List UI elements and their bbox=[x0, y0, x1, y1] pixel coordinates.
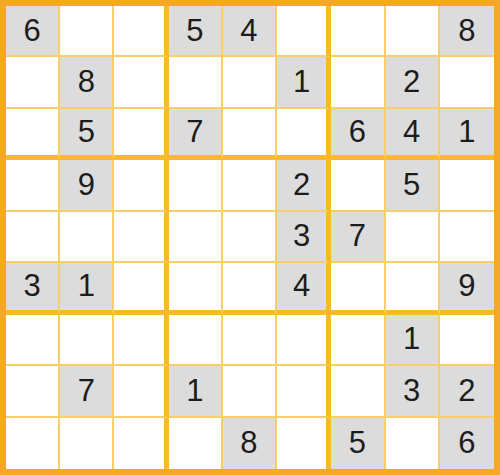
cell-r6c6[interactable]: 4 bbox=[277, 263, 331, 314]
cell-r1c4[interactable]: 5 bbox=[169, 6, 223, 57]
cell-r3c3[interactable] bbox=[114, 109, 168, 160]
cell-r8c4[interactable]: 1 bbox=[169, 366, 223, 417]
cell-r9c9[interactable]: 6 bbox=[440, 418, 494, 469]
cell-r7c1[interactable] bbox=[6, 315, 60, 366]
cell-r9c8[interactable] bbox=[386, 418, 440, 469]
cell-r2c4[interactable] bbox=[169, 57, 223, 108]
cell-r6c5[interactable] bbox=[223, 263, 277, 314]
cell-r5c9[interactable] bbox=[440, 212, 494, 263]
cell-r2c6[interactable]: 1 bbox=[277, 57, 331, 108]
cell-r6c4[interactable] bbox=[169, 263, 223, 314]
cell-r4c6[interactable]: 2 bbox=[277, 160, 331, 211]
cell-r3c4[interactable]: 7 bbox=[169, 109, 223, 160]
cell-r5c4[interactable] bbox=[169, 212, 223, 263]
cell-r6c9[interactable]: 9 bbox=[440, 263, 494, 314]
cell-r6c3[interactable] bbox=[114, 263, 168, 314]
cell-r4c7[interactable] bbox=[331, 160, 385, 211]
cell-r8c1[interactable] bbox=[6, 366, 60, 417]
cell-r7c4[interactable] bbox=[169, 315, 223, 366]
cell-r7c5[interactable] bbox=[223, 315, 277, 366]
cell-r3c2[interactable]: 5 bbox=[60, 109, 114, 160]
cell-r1c5[interactable]: 4 bbox=[223, 6, 277, 57]
cell-r4c5[interactable] bbox=[223, 160, 277, 211]
cell-r4c1[interactable] bbox=[6, 160, 60, 211]
cell-r7c9[interactable] bbox=[440, 315, 494, 366]
cell-r8c3[interactable] bbox=[114, 366, 168, 417]
cell-r6c2[interactable]: 1 bbox=[60, 263, 114, 314]
cell-r5c1[interactable] bbox=[6, 212, 60, 263]
cell-r1c6[interactable] bbox=[277, 6, 331, 57]
cell-r4c2[interactable]: 9 bbox=[60, 160, 114, 211]
cell-r6c7[interactable] bbox=[331, 263, 385, 314]
cell-r2c7[interactable] bbox=[331, 57, 385, 108]
cell-r3c6[interactable] bbox=[277, 109, 331, 160]
cell-r9c7[interactable]: 5 bbox=[331, 418, 385, 469]
cell-r3c7[interactable]: 6 bbox=[331, 109, 385, 160]
cell-r3c5[interactable] bbox=[223, 109, 277, 160]
cell-r2c3[interactable] bbox=[114, 57, 168, 108]
cell-r4c4[interactable] bbox=[169, 160, 223, 211]
cell-r5c3[interactable] bbox=[114, 212, 168, 263]
cell-r5c5[interactable] bbox=[223, 212, 277, 263]
cell-r9c3[interactable] bbox=[114, 418, 168, 469]
cell-r5c7[interactable]: 7 bbox=[331, 212, 385, 263]
cell-r3c8[interactable]: 4 bbox=[386, 109, 440, 160]
cell-r1c8[interactable] bbox=[386, 6, 440, 57]
cell-r8c5[interactable] bbox=[223, 366, 277, 417]
cell-r8c2[interactable]: 7 bbox=[60, 366, 114, 417]
cell-r2c5[interactable] bbox=[223, 57, 277, 108]
cell-r4c8[interactable]: 5 bbox=[386, 160, 440, 211]
cell-r8c9[interactable]: 2 bbox=[440, 366, 494, 417]
cell-r8c6[interactable] bbox=[277, 366, 331, 417]
cell-r2c1[interactable] bbox=[6, 57, 60, 108]
cell-r5c6[interactable]: 3 bbox=[277, 212, 331, 263]
cell-r1c1[interactable]: 6 bbox=[6, 6, 60, 57]
cell-r9c1[interactable] bbox=[6, 418, 60, 469]
cell-r5c8[interactable] bbox=[386, 212, 440, 263]
cell-r8c8[interactable]: 3 bbox=[386, 366, 440, 417]
cell-r8c7[interactable] bbox=[331, 366, 385, 417]
cell-r1c2[interactable] bbox=[60, 6, 114, 57]
cell-r5c2[interactable] bbox=[60, 212, 114, 263]
cell-r4c9[interactable] bbox=[440, 160, 494, 211]
cell-r9c2[interactable] bbox=[60, 418, 114, 469]
cell-r6c1[interactable]: 3 bbox=[6, 263, 60, 314]
cell-r1c7[interactable] bbox=[331, 6, 385, 57]
cell-r7c7[interactable] bbox=[331, 315, 385, 366]
cell-r2c9[interactable] bbox=[440, 57, 494, 108]
cell-r6c8[interactable] bbox=[386, 263, 440, 314]
cell-r3c9[interactable]: 1 bbox=[440, 109, 494, 160]
cell-r2c8[interactable]: 2 bbox=[386, 57, 440, 108]
cell-r1c9[interactable]: 8 bbox=[440, 6, 494, 57]
cell-r1c3[interactable] bbox=[114, 6, 168, 57]
sudoku-board: 65488125764192537314917132856 bbox=[0, 0, 500, 475]
cell-r9c5[interactable]: 8 bbox=[223, 418, 277, 469]
cell-r9c4[interactable] bbox=[169, 418, 223, 469]
cell-r2c2[interactable]: 8 bbox=[60, 57, 114, 108]
cell-r9c6[interactable] bbox=[277, 418, 331, 469]
cell-r4c3[interactable] bbox=[114, 160, 168, 211]
cell-r7c2[interactable] bbox=[60, 315, 114, 366]
cell-r7c3[interactable] bbox=[114, 315, 168, 366]
cell-r7c8[interactable]: 1 bbox=[386, 315, 440, 366]
cell-r7c6[interactable] bbox=[277, 315, 331, 366]
cell-r3c1[interactable] bbox=[6, 109, 60, 160]
